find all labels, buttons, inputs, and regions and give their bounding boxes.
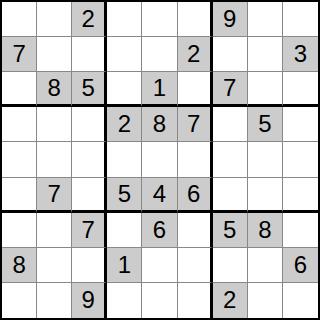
cell-r9c6[interactable] xyxy=(178,283,213,318)
cell-r5c3[interactable] xyxy=(72,142,107,177)
cell-r6c1[interactable] xyxy=(2,178,37,213)
cell-r7c8[interactable]: 8 xyxy=(248,213,283,248)
cell-r2c2[interactable] xyxy=(37,37,72,72)
cell-r9c8[interactable] xyxy=(248,283,283,318)
cell-r9c5[interactable] xyxy=(142,283,177,318)
cell-r3c3[interactable]: 5 xyxy=(72,72,107,107)
cell-r5c6[interactable] xyxy=(178,142,213,177)
cell-r9c3[interactable]: 9 xyxy=(72,283,107,318)
cell-r1c9[interactable] xyxy=(283,2,318,37)
cell-r8c8[interactable] xyxy=(248,248,283,283)
cell-r9c7[interactable]: 2 xyxy=(213,283,248,318)
cell-r8c4[interactable]: 1 xyxy=(107,248,142,283)
cell-r1c4[interactable] xyxy=(107,2,142,37)
cell-r1c5[interactable] xyxy=(142,2,177,37)
cell-r9c2[interactable] xyxy=(37,283,72,318)
cell-r4c2[interactable] xyxy=(37,107,72,142)
cell-r5c9[interactable] xyxy=(283,142,318,177)
cell-r1c6[interactable] xyxy=(178,2,213,37)
cell-r5c7[interactable] xyxy=(213,142,248,177)
cell-r2c3[interactable] xyxy=(72,37,107,72)
cell-r6c6[interactable]: 6 xyxy=(178,178,213,213)
cell-r8c9[interactable]: 6 xyxy=(283,248,318,283)
cell-r9c9[interactable] xyxy=(283,283,318,318)
cell-r8c3[interactable] xyxy=(72,248,107,283)
cell-r3c2[interactable]: 8 xyxy=(37,72,72,107)
cell-r4c3[interactable] xyxy=(72,107,107,142)
cell-r7c7[interactable]: 5 xyxy=(213,213,248,248)
cell-r3c6[interactable] xyxy=(178,72,213,107)
cell-r8c5[interactable] xyxy=(142,248,177,283)
cell-r7c6[interactable] xyxy=(178,213,213,248)
cell-r4c5[interactable]: 8 xyxy=(142,107,177,142)
cell-r4c7[interactable] xyxy=(213,107,248,142)
cell-r8c2[interactable] xyxy=(37,248,72,283)
cell-r7c9[interactable] xyxy=(283,213,318,248)
cell-r4c8[interactable]: 5 xyxy=(248,107,283,142)
cell-r3c5[interactable]: 1 xyxy=(142,72,177,107)
cell-r6c8[interactable] xyxy=(248,178,283,213)
cell-r2c4[interactable] xyxy=(107,37,142,72)
cell-r1c2[interactable] xyxy=(37,2,72,37)
cell-r5c5[interactable] xyxy=(142,142,177,177)
cell-r3c7[interactable]: 7 xyxy=(213,72,248,107)
cell-r6c7[interactable] xyxy=(213,178,248,213)
cell-r4c9[interactable] xyxy=(283,107,318,142)
cell-r9c1[interactable] xyxy=(2,283,37,318)
cell-r5c1[interactable] xyxy=(2,142,37,177)
cell-r2c7[interactable] xyxy=(213,37,248,72)
cell-r1c8[interactable] xyxy=(248,2,283,37)
cell-r2c1[interactable]: 7 xyxy=(2,37,37,72)
cell-r7c1[interactable] xyxy=(2,213,37,248)
cell-r1c7[interactable]: 9 xyxy=(213,2,248,37)
cell-r3c9[interactable] xyxy=(283,72,318,107)
cell-r2c5[interactable] xyxy=(142,37,177,72)
cell-r6c9[interactable] xyxy=(283,178,318,213)
cell-r2c9[interactable]: 3 xyxy=(283,37,318,72)
cell-r3c1[interactable] xyxy=(2,72,37,107)
cell-r2c6[interactable]: 2 xyxy=(178,37,213,72)
cell-r1c3[interactable]: 2 xyxy=(72,2,107,37)
cell-r7c2[interactable] xyxy=(37,213,72,248)
cell-r5c2[interactable] xyxy=(37,142,72,177)
cell-r5c8[interactable] xyxy=(248,142,283,177)
cell-r8c6[interactable] xyxy=(178,248,213,283)
sudoku-board: 29723851728757546765881692 xyxy=(0,0,320,320)
cell-r5c4[interactable] xyxy=(107,142,142,177)
cell-r4c4[interactable]: 2 xyxy=(107,107,142,142)
cell-r4c1[interactable] xyxy=(2,107,37,142)
cell-r8c1[interactable]: 8 xyxy=(2,248,37,283)
cell-r7c4[interactable] xyxy=(107,213,142,248)
cell-r9c4[interactable] xyxy=(107,283,142,318)
cell-r6c2[interactable]: 7 xyxy=(37,178,72,213)
cell-r4c6[interactable]: 7 xyxy=(178,107,213,142)
cell-r8c7[interactable] xyxy=(213,248,248,283)
cell-r3c8[interactable] xyxy=(248,72,283,107)
cell-r6c4[interactable]: 5 xyxy=(107,178,142,213)
cell-r7c3[interactable]: 7 xyxy=(72,213,107,248)
cell-r6c3[interactable] xyxy=(72,178,107,213)
cell-r7c5[interactable]: 6 xyxy=(142,213,177,248)
cell-r1c1[interactable] xyxy=(2,2,37,37)
cell-r6c5[interactable]: 4 xyxy=(142,178,177,213)
cell-r3c4[interactable] xyxy=(107,72,142,107)
cell-r2c8[interactable] xyxy=(248,37,283,72)
